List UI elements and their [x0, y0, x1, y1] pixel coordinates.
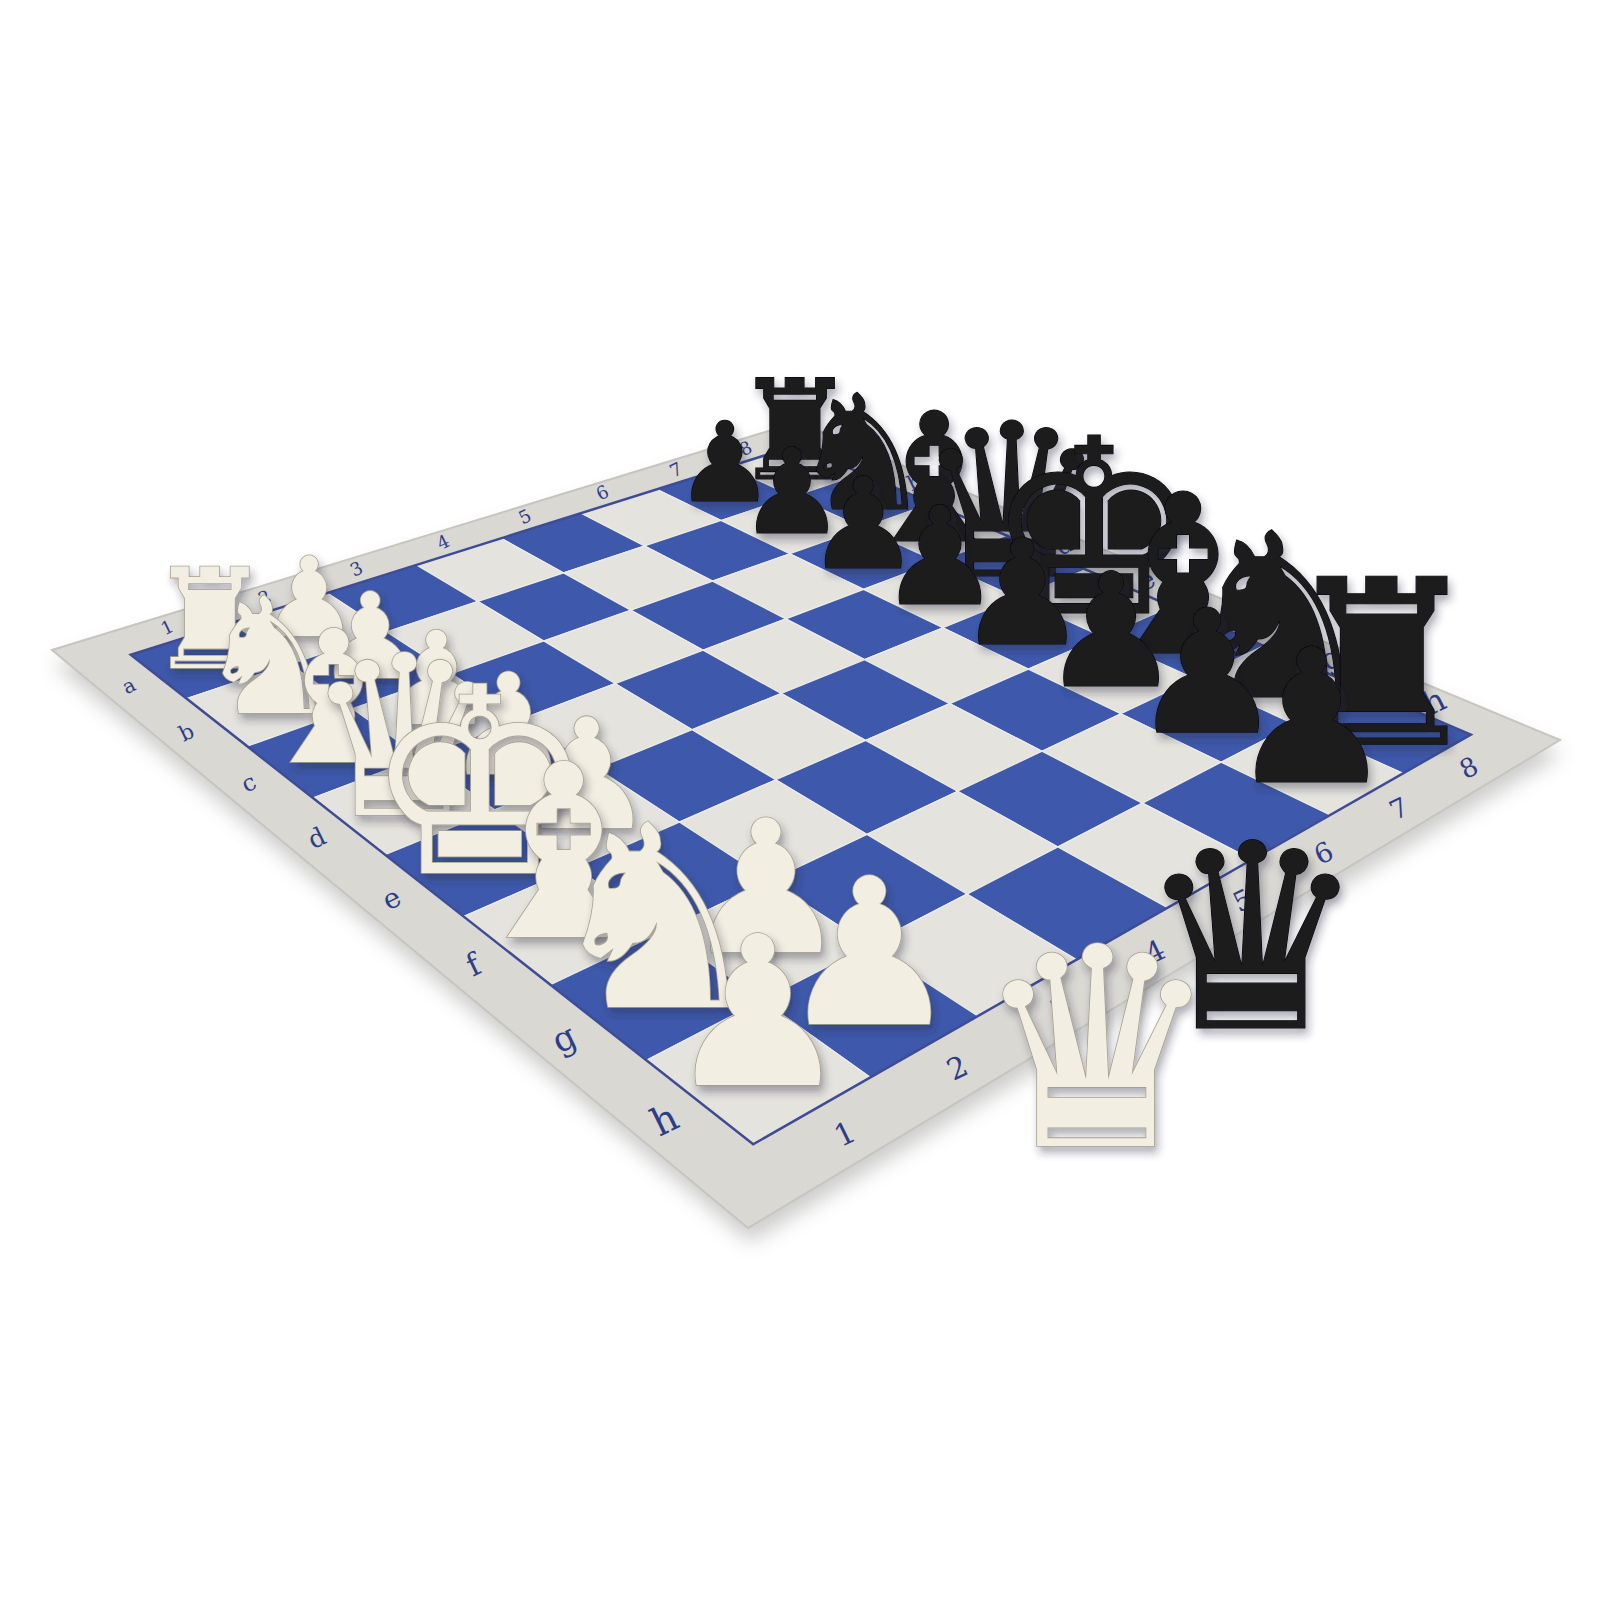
piece-white-queen-offboard[interactable]: ♛ [972, 888, 1221, 1212]
piece-white-pawn-h1[interactable]: ♟ [665, 892, 852, 1134]
chessboard-photo: aabbccddeeffgghh1122334455667788♜♟♞♟♝♟♛♟… [0, 0, 1601, 1601]
product-photo-scene: aabbccddeeffgghh1122334455667788♜♟♞♟♝♟♛♟… [0, 0, 1601, 1601]
